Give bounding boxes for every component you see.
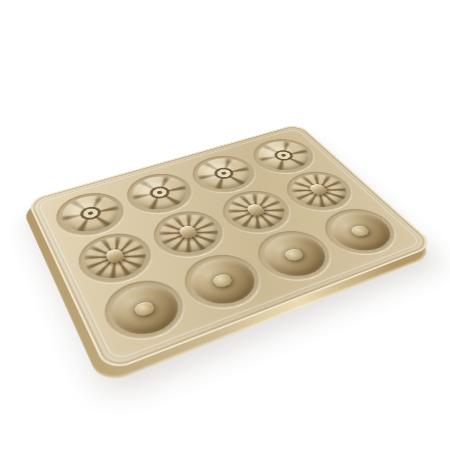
donut-pan [27, 123, 436, 373]
cavity-grid [43, 132, 414, 355]
cavity-donut [102, 278, 188, 344]
product-photo-canvas [0, 0, 450, 450]
cavity-donut [181, 252, 266, 312]
